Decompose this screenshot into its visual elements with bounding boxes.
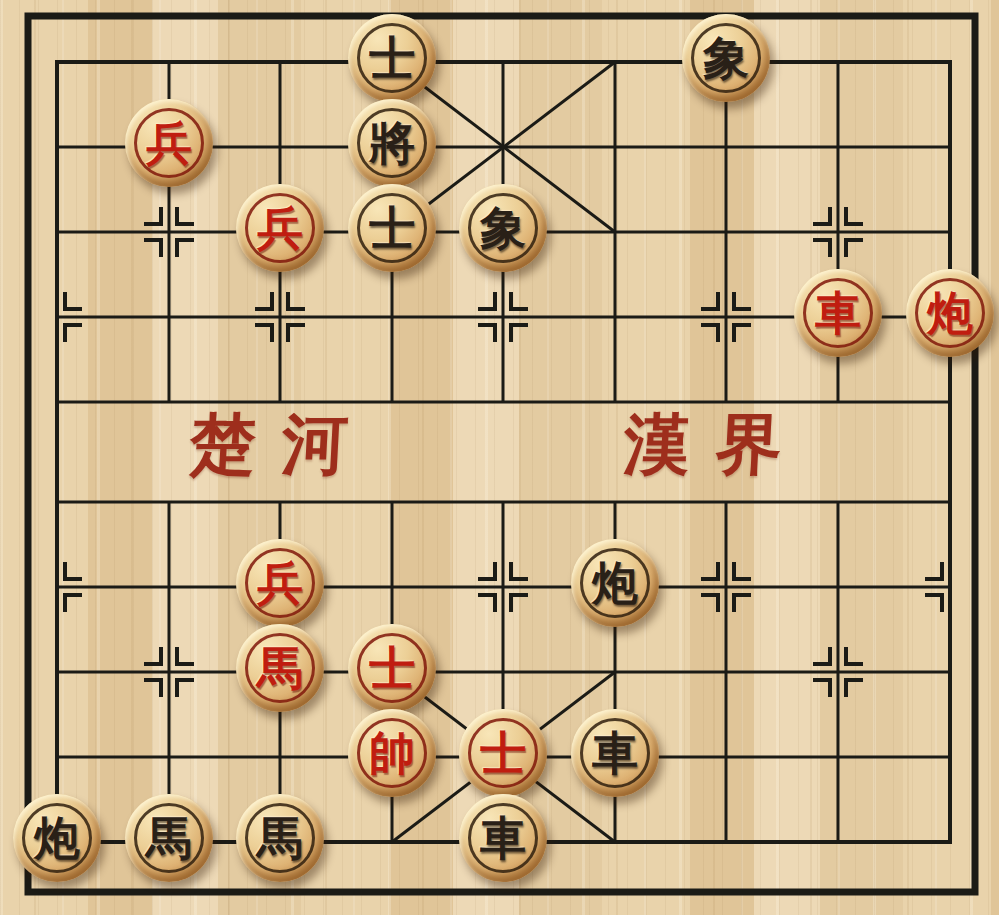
piece-character: 馬 bbox=[257, 645, 303, 691]
piece-character: 炮 bbox=[592, 560, 638, 606]
piece-black-horse[interactable]: 馬 bbox=[236, 794, 324, 882]
piece-black-horse[interactable]: 馬 bbox=[125, 794, 213, 882]
piece-character: 炮 bbox=[34, 815, 80, 861]
river-label-right: 漢界 bbox=[622, 412, 809, 478]
piece-character: 士 bbox=[480, 730, 526, 776]
piece-character: 帥 bbox=[369, 730, 415, 776]
piece-black-elephant[interactable]: 象 bbox=[682, 14, 770, 102]
piece-character: 象 bbox=[480, 205, 526, 251]
piece-red-advisor[interactable]: 士 bbox=[459, 709, 547, 797]
piece-character: 車 bbox=[480, 815, 526, 861]
piece-red-chariot[interactable]: 車 bbox=[794, 269, 882, 357]
piece-character: 士 bbox=[369, 645, 415, 691]
piece-red-pawn[interactable]: 兵 bbox=[236, 184, 324, 272]
piece-character: 兵 bbox=[146, 120, 192, 166]
piece-character: 馬 bbox=[257, 815, 303, 861]
xiangqi-board: 楚河 漢界 士象兵將兵士象車炮兵炮馬士帥士車炮馬馬車 bbox=[0, 0, 999, 915]
piece-character: 車 bbox=[815, 290, 861, 336]
piece-black-general[interactable]: 將 bbox=[348, 99, 436, 187]
piece-black-cannon[interactable]: 炮 bbox=[571, 539, 659, 627]
piece-character: 馬 bbox=[146, 815, 192, 861]
piece-red-pawn[interactable]: 兵 bbox=[236, 539, 324, 627]
piece-character: 將 bbox=[369, 120, 415, 166]
piece-black-advisor[interactable]: 士 bbox=[348, 14, 436, 102]
river-label-left: 楚河 bbox=[188, 412, 375, 478]
piece-character: 象 bbox=[703, 35, 749, 81]
piece-red-horse[interactable]: 馬 bbox=[236, 624, 324, 712]
piece-character: 車 bbox=[592, 730, 638, 776]
piece-black-elephant[interactable]: 象 bbox=[459, 184, 547, 272]
piece-red-pawn[interactable]: 兵 bbox=[125, 99, 213, 187]
piece-black-chariot[interactable]: 車 bbox=[571, 709, 659, 797]
piece-red-cannon[interactable]: 炮 bbox=[906, 269, 994, 357]
piece-character: 兵 bbox=[257, 560, 303, 606]
piece-red-advisor[interactable]: 士 bbox=[348, 624, 436, 712]
piece-red-general[interactable]: 帥 bbox=[348, 709, 436, 797]
piece-character: 兵 bbox=[257, 205, 303, 251]
piece-character: 士 bbox=[369, 205, 415, 251]
piece-black-cannon[interactable]: 炮 bbox=[13, 794, 101, 882]
piece-black-advisor[interactable]: 士 bbox=[348, 184, 436, 272]
piece-black-chariot[interactable]: 車 bbox=[459, 794, 547, 882]
piece-character: 士 bbox=[369, 35, 415, 81]
piece-character: 炮 bbox=[927, 290, 973, 336]
